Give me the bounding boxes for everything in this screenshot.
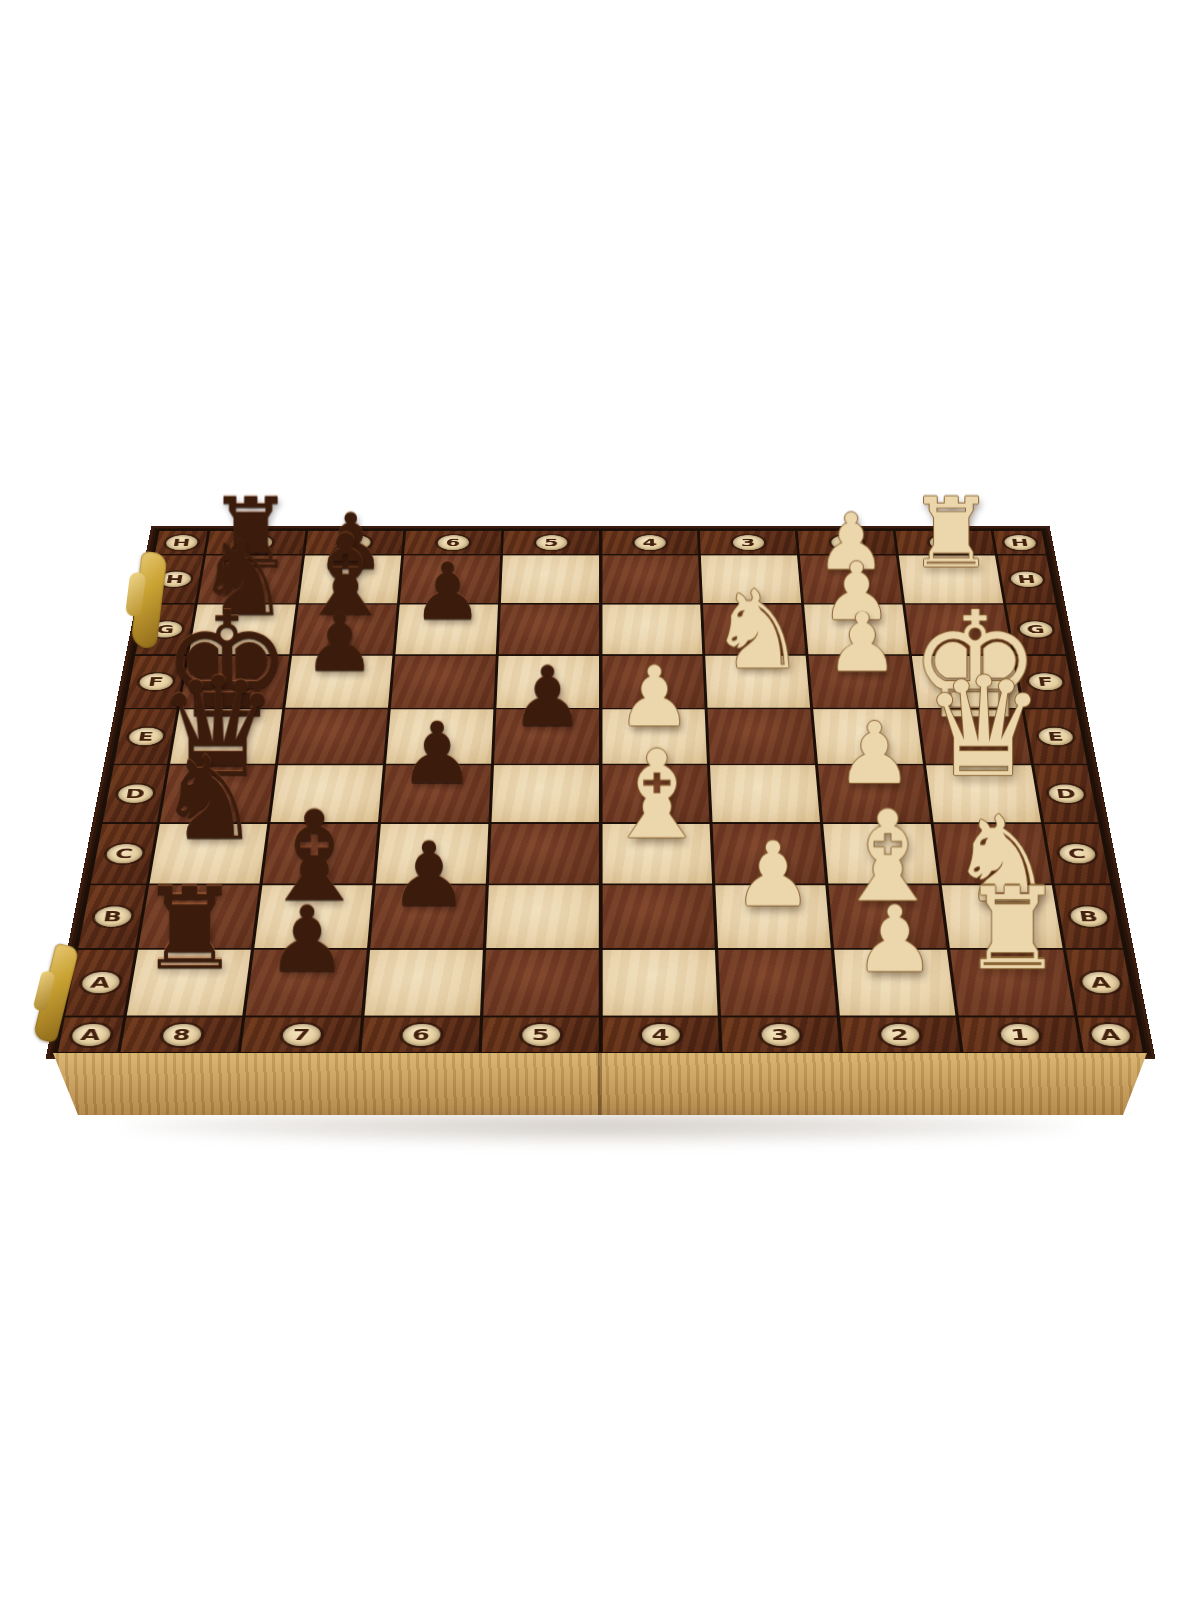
- border-label-text: 3: [732, 535, 764, 550]
- black-pawn-d6[interactable]: ♟: [398, 711, 474, 796]
- square-f3[interactable]: ♞: [705, 656, 810, 708]
- black-knight-c8[interactable]: ♞: [157, 740, 261, 856]
- square-a2[interactable]: ♟: [834, 950, 955, 1016]
- square-h5[interactable]: [501, 555, 599, 603]
- square-a4[interactable]: [602, 950, 718, 1016]
- square-a6[interactable]: [364, 950, 482, 1016]
- border-label-text: 5: [522, 1024, 560, 1046]
- border-label-text: C: [1058, 844, 1097, 863]
- square-e3[interactable]: [708, 709, 815, 763]
- border-label-right-B-79: B: [1055, 885, 1123, 948]
- border-label-text: C: [105, 844, 144, 863]
- white-queen-d1[interactable]: ♛: [922, 658, 1045, 796]
- square-f2[interactable]: ♟: [809, 656, 916, 708]
- border-label-top-3-06: 3: [700, 531, 797, 554]
- border-label-text: D: [116, 784, 154, 802]
- white-knight-f3[interactable]: ♞: [709, 575, 806, 683]
- black-pawn-b6[interactable]: ♟: [389, 830, 469, 919]
- square-d5[interactable]: [492, 765, 599, 822]
- border-label-text: B: [93, 906, 133, 926]
- square-g4[interactable]: [602, 605, 702, 655]
- black-rook-a8[interactable]: ♜: [138, 872, 239, 985]
- white-pawn-f2[interactable]: ♟: [825, 602, 898, 683]
- square-g5[interactable]: [499, 605, 599, 655]
- border-label-text: A: [80, 972, 121, 993]
- square-b4[interactable]: [602, 885, 715, 948]
- border-label-right-A-89: A: [1066, 950, 1136, 1016]
- border-label-bottom-A-90: A: [58, 1017, 123, 1051]
- square-b5[interactable]: [486, 885, 599, 948]
- border-label-text: 3: [761, 1024, 800, 1046]
- square-e7[interactable]: [278, 709, 388, 763]
- border-label-bottom-1-98: 1: [959, 1017, 1081, 1051]
- black-pawn-e5[interactable]: ♟: [510, 655, 585, 738]
- border-label-bottom-7-92: 7: [241, 1017, 361, 1051]
- border-label-text: A: [1089, 1024, 1131, 1046]
- white-rook-a1[interactable]: ♜: [961, 872, 1062, 985]
- white-bishop-c4[interactable]: ♝: [602, 733, 712, 855]
- border-label-text: 2: [880, 1024, 920, 1046]
- border-label-text: H: [164, 535, 198, 550]
- black-pawn-f7[interactable]: ♟: [303, 602, 376, 683]
- border-label-bottom-A-99: A: [1078, 1017, 1143, 1051]
- border-label-top-5-04: 5: [503, 531, 599, 554]
- border-label-bottom-8-91: 8: [120, 1017, 242, 1051]
- square-f6[interactable]: [391, 656, 496, 708]
- border-label-bottom-6-93: 6: [361, 1017, 480, 1051]
- square-c5[interactable]: [489, 824, 599, 884]
- border-label-text: A: [1080, 972, 1121, 993]
- board: H87654321HH♜♟♟♜HG♞♝♟♟GF♟♞♟FE♚♟♟♚ED♛♟♟♛DC…: [53, 529, 1148, 1055]
- square-a3[interactable]: [718, 950, 836, 1016]
- square-c4[interactable]: ♝: [602, 824, 712, 884]
- square-f7[interactable]: ♟: [285, 656, 392, 708]
- drop-shadow: [120, 1108, 1080, 1144]
- border-label-text: B: [1069, 906, 1109, 926]
- square-e5[interactable]: ♟: [494, 709, 599, 763]
- border-label-bottom-5-94: 5: [482, 1017, 599, 1051]
- border-label-top-H-09: H: [993, 531, 1046, 554]
- border-label-top-4-05: 4: [602, 531, 698, 554]
- border-label-left-B-70: B: [78, 885, 146, 948]
- border-label-text: 7: [281, 1024, 321, 1046]
- square-d6[interactable]: ♟: [381, 765, 491, 822]
- border-label-bottom-3-96: 3: [721, 1017, 840, 1051]
- square-h4[interactable]: [602, 555, 700, 603]
- border-label-text: 4: [641, 1024, 679, 1046]
- square-a8[interactable]: ♜: [127, 950, 251, 1016]
- square-b3[interactable]: ♟: [715, 885, 830, 948]
- square-a5[interactable]: [483, 950, 599, 1016]
- border-label-text: 6: [401, 1024, 440, 1046]
- border-label-bottom-2-97: 2: [840, 1017, 960, 1051]
- board-3d-wrapper: H87654321HH♜♟♟♜HG♞♝♟♟GF♟♞♟FE♚♟♟♚ED♛♟♟♛DC…: [53, 529, 1148, 1055]
- white-pawn-b3[interactable]: ♟: [733, 830, 813, 919]
- border-label-text: 8: [161, 1024, 202, 1046]
- square-a1[interactable]: ♜: [950, 950, 1074, 1016]
- square-b6[interactable]: ♟: [370, 885, 485, 948]
- product-photo-scene: H87654321HH♜♟♟♜HG♞♝♟♟GF♟♞♟FE♚♟♟♚ED♛♟♟♛DC…: [0, 0, 1200, 1600]
- border-label-text: A: [70, 1024, 112, 1046]
- border-label-bottom-4-95: 4: [602, 1017, 719, 1051]
- black-pawn-g6[interactable]: ♟: [411, 552, 482, 632]
- border-label-text: H: [1003, 535, 1037, 550]
- square-d3[interactable]: [710, 765, 820, 822]
- border-label-text: 4: [634, 535, 665, 550]
- square-g6[interactable]: ♟: [395, 605, 498, 655]
- white-pawn-a2[interactable]: ♟: [853, 893, 935, 984]
- border-label-text: 5: [536, 535, 567, 550]
- black-pawn-a7[interactable]: ♟: [266, 893, 348, 984]
- white-rook-h1[interactable]: ♜: [908, 485, 994, 581]
- square-a7[interactable]: ♟: [246, 950, 367, 1016]
- border-label-text: 1: [999, 1024, 1040, 1046]
